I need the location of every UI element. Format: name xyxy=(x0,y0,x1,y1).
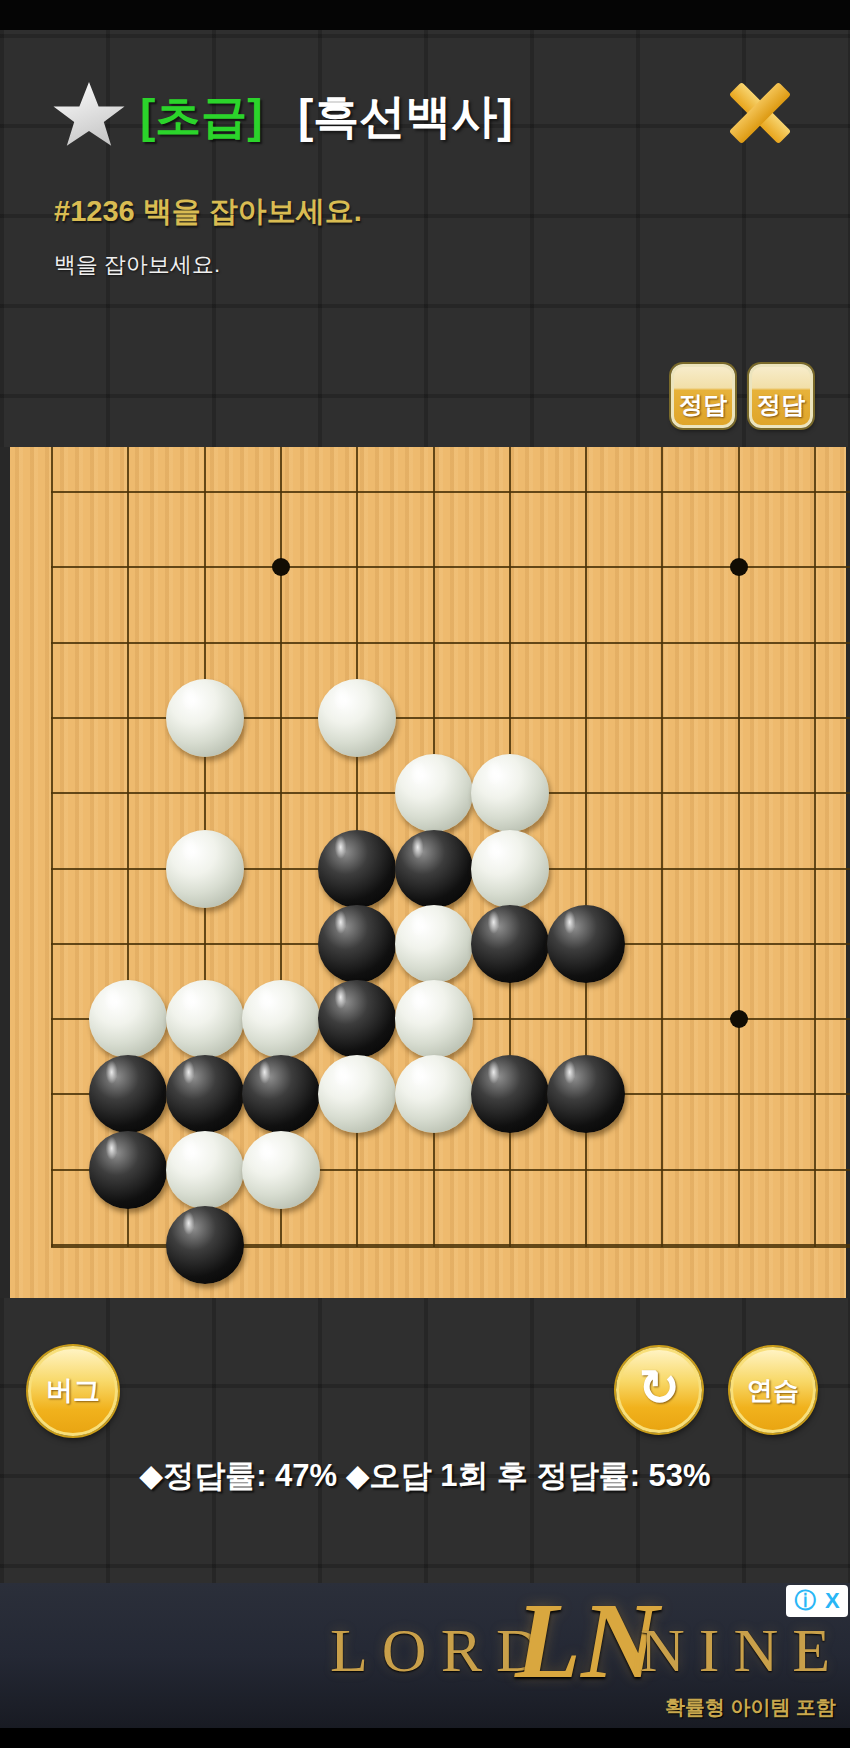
black-stone xyxy=(395,830,473,908)
star-point xyxy=(730,1010,748,1028)
success-rate-stats: ◆정답률: 47% ◆오답 1회 후 정답률: 53% xyxy=(0,1455,850,1497)
black-stone xyxy=(471,905,549,983)
page-title: [흑선백사] xyxy=(298,86,513,148)
black-stone xyxy=(242,1055,320,1133)
white-stone xyxy=(395,905,473,983)
go-puzzle-app: [초급] [흑선백사] #1236 백을 잡아보세요. 백을 잡아보세요. 정답… xyxy=(0,0,850,1748)
black-stone xyxy=(318,905,396,983)
reset-button[interactable]: ↻ xyxy=(616,1347,702,1433)
white-stone xyxy=(166,679,244,757)
ad-disclaimer-text: 확률형 아이템 포함 xyxy=(665,1694,836,1721)
status-bar xyxy=(0,0,850,30)
white-stone xyxy=(395,1055,473,1133)
bug-report-button[interactable]: 버그 xyxy=(28,1346,118,1436)
ad-logo-ln: LN xyxy=(515,1585,659,1697)
problem-subtitle: 백을 잡아보세요. xyxy=(54,250,220,280)
black-stone xyxy=(318,980,396,1058)
white-stone xyxy=(242,980,320,1058)
white-stone xyxy=(166,980,244,1058)
white-stone xyxy=(242,1131,320,1209)
black-stone xyxy=(318,830,396,908)
white-stone xyxy=(318,1055,396,1133)
black-stone xyxy=(166,1055,244,1133)
go-board[interactable] xyxy=(0,447,850,1298)
black-stone xyxy=(547,1055,625,1133)
board-left-edge xyxy=(0,447,10,1298)
white-stone xyxy=(318,679,396,757)
star-point xyxy=(730,558,748,576)
answer-button-1[interactable]: 정답 xyxy=(671,364,735,428)
problem-number-text: #1236 백을 잡아보세요. xyxy=(54,192,362,232)
white-stone xyxy=(471,830,549,908)
refresh-icon: ↻ xyxy=(638,1360,680,1416)
white-stone xyxy=(395,754,473,832)
favorite-star-icon[interactable] xyxy=(52,82,126,152)
ad-info-icon[interactable]: ⓘ xyxy=(794,1585,816,1617)
white-stone xyxy=(166,830,244,908)
ad-brand-text-nine: NINE xyxy=(640,1615,844,1686)
answer-button-2[interactable]: 정답 xyxy=(749,364,813,428)
ad-bottom-strip xyxy=(0,1728,850,1748)
black-stone xyxy=(89,1055,167,1133)
black-stone xyxy=(89,1131,167,1209)
grid-line-horizontal xyxy=(51,491,850,493)
practice-button[interactable]: 연습 xyxy=(730,1347,816,1433)
black-stone xyxy=(471,1055,549,1133)
close-button[interactable] xyxy=(726,82,794,144)
star-point xyxy=(272,558,290,576)
ad-close-icon[interactable]: X xyxy=(825,1585,840,1617)
ad-choices-chip: ⓘ X xyxy=(786,1585,848,1617)
white-stone xyxy=(166,1131,244,1209)
level-label: [초급] xyxy=(140,86,263,148)
black-stone xyxy=(547,905,625,983)
white-stone xyxy=(395,980,473,1058)
grid-line-horizontal xyxy=(51,642,850,644)
black-stone xyxy=(166,1206,244,1284)
white-stone xyxy=(471,754,549,832)
white-stone xyxy=(89,980,167,1058)
